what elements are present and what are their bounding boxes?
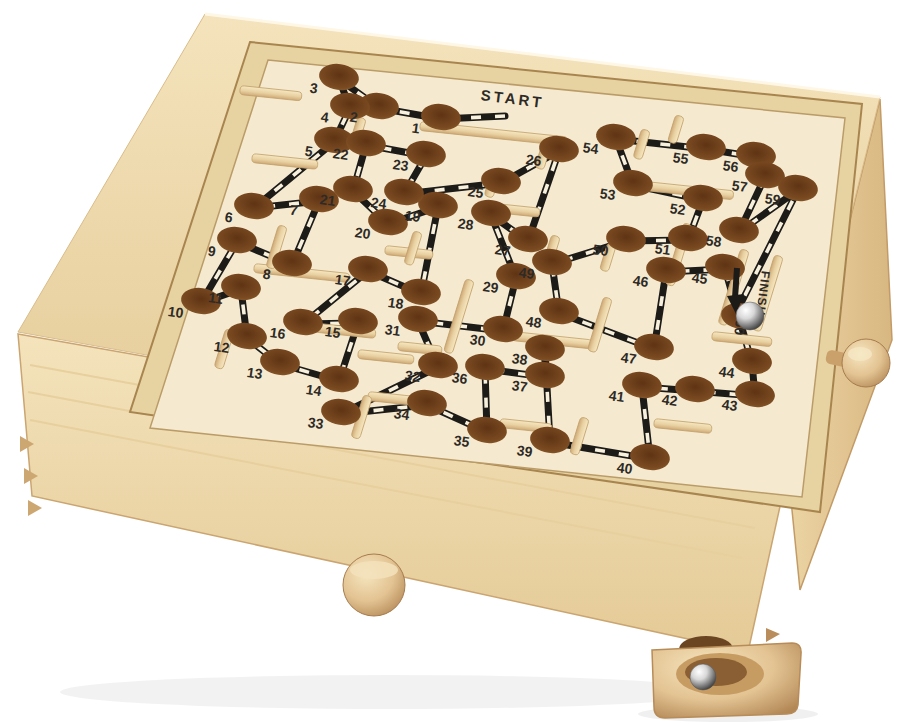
hole-number-40: 40 [616,459,634,477]
hole-number-11: 11 [207,289,224,307]
hole-number-50: 50 [592,241,610,259]
finish-arrow-shaft [735,268,737,298]
hole-number-31: 31 [384,321,402,339]
ground-shadow [60,675,720,709]
hole-number-27: 27 [494,241,512,259]
knob-highlight [848,347,872,361]
hole-number-56: 56 [722,157,740,175]
tilt-knob-front[interactable] [343,554,405,616]
hole-number-22: 22 [332,145,350,163]
hole-number-45: 45 [691,269,709,287]
knob-right-cap[interactable] [842,339,890,387]
dovetail-joint [766,628,780,642]
hole-number-26: 26 [525,151,543,169]
hole-number-42: 42 [661,391,679,409]
hole-number-14: 14 [305,381,323,399]
hole-number-19: 19 [404,207,422,225]
hole-number-55: 55 [672,149,690,167]
hole-number-25: 25 [467,183,485,201]
hole-number-58: 58 [705,232,723,250]
hole-number-39: 39 [516,442,534,460]
hole-number-21: 21 [319,191,337,209]
dovetail-joint [28,500,42,516]
hole-number-24: 24 [370,194,388,212]
hole-number-29: 29 [482,278,500,296]
hole-number-38: 38 [511,350,529,368]
hole-number-10: 10 [167,303,185,321]
hole-number-33: 33 [307,414,325,432]
hole-number-35: 35 [453,432,471,450]
hole-number-52: 52 [669,200,687,218]
knob-highlight [350,561,398,579]
hole-number-48: 48 [525,313,543,331]
hole-number-47: 47 [620,349,638,367]
hole-number-37: 37 [511,377,529,395]
hole-number-16: 16 [269,324,287,342]
hole-number-13: 13 [246,364,264,382]
hole-number-15: 15 [324,323,342,341]
board-canvas: 1234567891011121314151617181920212223242… [0,0,900,724]
hole-number-20: 20 [354,224,372,242]
spare-ball [690,664,716,690]
hole-number-51: 51 [654,240,672,258]
hole-number-17: 17 [334,271,352,289]
hole-number-49: 49 [518,264,536,282]
hole-number-43: 43 [721,396,739,414]
hole-number-59: 59 [764,190,782,208]
hole-number-46: 46 [632,272,650,290]
hole-number-41: 41 [608,387,626,405]
hole-number-28: 28 [457,215,475,233]
hole-number-23: 23 [392,156,410,174]
play-ball [736,302,764,330]
hole-number-44: 44 [718,363,736,381]
hole-number-53: 53 [599,185,617,203]
hole-number-12: 12 [213,338,231,356]
hole-number-18: 18 [387,294,405,312]
hole-number-34: 34 [393,405,411,423]
hole-number-30: 30 [469,331,487,349]
hole-number-54: 54 [582,139,600,157]
hole-number-32: 32 [404,367,422,385]
hole-number-36: 36 [451,369,469,387]
hole-number-57: 57 [731,177,749,195]
labyrinth-game-photo: 1234567891011121314151617181920212223242… [0,0,900,724]
